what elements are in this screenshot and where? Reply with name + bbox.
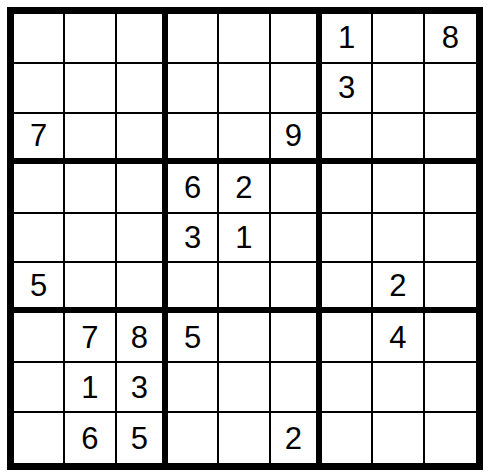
cell-r9c5[interactable] bbox=[219, 413, 270, 463]
cell-r8c2[interactable]: 1 bbox=[65, 363, 116, 413]
cell-r7c4[interactable]: 5 bbox=[168, 313, 219, 363]
cell-r3c7[interactable] bbox=[322, 114, 373, 164]
cell-r1c3[interactable] bbox=[117, 14, 168, 64]
cell-r7c3[interactable]: 8 bbox=[117, 313, 168, 363]
cell-r9c4[interactable] bbox=[168, 413, 219, 463]
cell-r1c6[interactable] bbox=[271, 14, 322, 64]
cell-r9c7[interactable] bbox=[322, 413, 373, 463]
cell-r8c8[interactable] bbox=[373, 363, 424, 413]
cell-r5c4[interactable]: 3 bbox=[168, 214, 219, 264]
cell-r1c8[interactable] bbox=[373, 14, 424, 64]
cell-r6c5[interactable] bbox=[219, 263, 270, 313]
cell-r1c1[interactable] bbox=[14, 14, 65, 64]
cell-r1c4[interactable] bbox=[168, 14, 219, 64]
sudoku-board: 18379623152785413652 bbox=[7, 7, 483, 470]
cell-r9c6[interactable]: 2 bbox=[271, 413, 322, 463]
cell-r6c6[interactable] bbox=[271, 263, 322, 313]
cell-r6c3[interactable] bbox=[117, 263, 168, 313]
cell-r8c6[interactable] bbox=[271, 363, 322, 413]
cell-r3c4[interactable] bbox=[168, 114, 219, 164]
cell-r5c9[interactable] bbox=[425, 214, 476, 264]
cell-r7c7[interactable] bbox=[322, 313, 373, 363]
cell-r8c1[interactable] bbox=[14, 363, 65, 413]
cell-r5c1[interactable] bbox=[14, 214, 65, 264]
cell-r5c6[interactable] bbox=[271, 214, 322, 264]
cell-r2c8[interactable] bbox=[373, 64, 424, 114]
cell-r2c9[interactable] bbox=[425, 64, 476, 114]
cell-r8c5[interactable] bbox=[219, 363, 270, 413]
cell-r2c1[interactable] bbox=[14, 64, 65, 114]
cell-r4c5[interactable]: 2 bbox=[219, 164, 270, 214]
cell-r9c9[interactable] bbox=[425, 413, 476, 463]
cell-r2c2[interactable] bbox=[65, 64, 116, 114]
cell-r6c4[interactable] bbox=[168, 263, 219, 313]
cell-r4c8[interactable] bbox=[373, 164, 424, 214]
cell-r3c5[interactable] bbox=[219, 114, 270, 164]
cell-r4c1[interactable] bbox=[14, 164, 65, 214]
cell-r9c2[interactable]: 6 bbox=[65, 413, 116, 463]
cell-r3c2[interactable] bbox=[65, 114, 116, 164]
cell-r4c7[interactable] bbox=[322, 164, 373, 214]
cell-r1c7[interactable]: 1 bbox=[322, 14, 373, 64]
cell-r3c6[interactable]: 9 bbox=[271, 114, 322, 164]
cell-r7c9[interactable] bbox=[425, 313, 476, 363]
cell-r1c2[interactable] bbox=[65, 14, 116, 64]
cell-r6c8[interactable]: 2 bbox=[373, 263, 424, 313]
cell-r8c4[interactable] bbox=[168, 363, 219, 413]
cell-r8c3[interactable]: 3 bbox=[117, 363, 168, 413]
cell-r2c6[interactable] bbox=[271, 64, 322, 114]
cell-r9c8[interactable] bbox=[373, 413, 424, 463]
cell-r2c4[interactable] bbox=[168, 64, 219, 114]
cell-r4c9[interactable] bbox=[425, 164, 476, 214]
cell-r4c6[interactable] bbox=[271, 164, 322, 214]
cell-r5c8[interactable] bbox=[373, 214, 424, 264]
cell-r6c2[interactable] bbox=[65, 263, 116, 313]
cell-r3c9[interactable] bbox=[425, 114, 476, 164]
cell-r4c3[interactable] bbox=[117, 164, 168, 214]
cell-r1c9[interactable]: 8 bbox=[425, 14, 476, 64]
cell-r6c9[interactable] bbox=[425, 263, 476, 313]
cell-r7c5[interactable] bbox=[219, 313, 270, 363]
cell-r5c2[interactable] bbox=[65, 214, 116, 264]
cell-r2c5[interactable] bbox=[219, 64, 270, 114]
cell-r5c7[interactable] bbox=[322, 214, 373, 264]
cell-r4c4[interactable]: 6 bbox=[168, 164, 219, 214]
cell-r2c7[interactable]: 3 bbox=[322, 64, 373, 114]
cell-r2c3[interactable] bbox=[117, 64, 168, 114]
cell-r7c2[interactable]: 7 bbox=[65, 313, 116, 363]
cell-r3c8[interactable] bbox=[373, 114, 424, 164]
cell-r9c3[interactable]: 5 bbox=[117, 413, 168, 463]
cell-r9c1[interactable] bbox=[14, 413, 65, 463]
cell-r7c1[interactable] bbox=[14, 313, 65, 363]
cell-r8c7[interactable] bbox=[322, 363, 373, 413]
cell-r6c7[interactable] bbox=[322, 263, 373, 313]
cell-r3c3[interactable] bbox=[117, 114, 168, 164]
cell-r6c1[interactable]: 5 bbox=[14, 263, 65, 313]
cell-r7c6[interactable] bbox=[271, 313, 322, 363]
cell-r5c5[interactable]: 1 bbox=[219, 214, 270, 264]
cell-r1c5[interactable] bbox=[219, 14, 270, 64]
cell-r7c8[interactable]: 4 bbox=[373, 313, 424, 363]
cell-r4c2[interactable] bbox=[65, 164, 116, 214]
cell-r5c3[interactable] bbox=[117, 214, 168, 264]
cell-r3c1[interactable]: 7 bbox=[14, 114, 65, 164]
cell-r8c9[interactable] bbox=[425, 363, 476, 413]
